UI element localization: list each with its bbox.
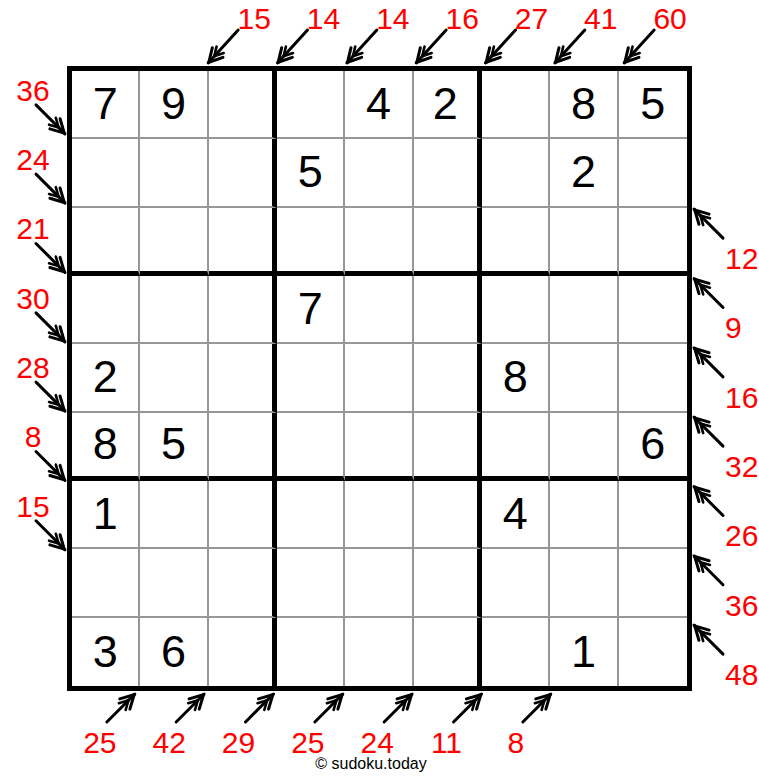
clue-left-7: 15: [16, 490, 49, 524]
clue-arrow-top-3: [347, 30, 377, 63]
cell-r7c7: 4: [482, 481, 550, 549]
cell-r4c1[interactable]: [72, 276, 140, 344]
cell-r5c5[interactable]: [345, 344, 413, 412]
clue-arrow-right-1: [694, 209, 723, 238]
cell-r4c9[interactable]: [619, 276, 687, 344]
cell-r3c4[interactable]: [277, 208, 345, 276]
cell-r1c4[interactable]: [277, 71, 345, 139]
cell-r2c8: 2: [550, 139, 618, 207]
cell-r7c4[interactable]: [277, 481, 345, 549]
clue-bottom-1: 25: [83, 726, 116, 760]
cell-r2c1[interactable]: [72, 139, 140, 207]
clue-arrow-right-7: [694, 625, 723, 654]
cell-r7c9[interactable]: [619, 481, 687, 549]
cell-r9c8: 1: [550, 618, 618, 686]
clue-arrow-right-2: [694, 278, 723, 307]
clue-arrow-right-5: [694, 486, 723, 515]
cell-r1c9: 5: [619, 71, 687, 139]
clue-arrow-bottom-2: [176, 694, 204, 722]
cell-r2c2[interactable]: [140, 139, 208, 207]
cell-r8c1[interactable]: [72, 549, 140, 617]
clue-arrow-left-1: [36, 105, 65, 134]
cell-r7c1: 1: [72, 481, 140, 549]
clue-arrow-left-7: [36, 521, 65, 550]
cell-r4c7[interactable]: [482, 276, 550, 344]
cell-r6c1: 8: [72, 413, 140, 481]
cell-r8c9[interactable]: [619, 549, 687, 617]
clue-arrow-right-3: [694, 348, 723, 377]
cell-r1c1: 7: [72, 71, 140, 139]
cell-r2c7[interactable]: [482, 139, 550, 207]
clue-top-3: 14: [376, 2, 409, 36]
cell-r7c5[interactable]: [345, 481, 413, 549]
cell-r2c9[interactable]: [619, 139, 687, 207]
clue-arrow-bottom-3: [245, 694, 273, 722]
cell-r1c3[interactable]: [209, 71, 277, 139]
clue-bottom-7: 8: [507, 726, 524, 760]
clue-arrow-left-2: [36, 174, 65, 203]
clue-arrow-top-2: [277, 30, 307, 63]
cell-r9c1: 3: [72, 618, 140, 686]
cell-r4c5[interactable]: [345, 276, 413, 344]
cell-r3c3[interactable]: [209, 208, 277, 276]
cell-r7c8[interactable]: [550, 481, 618, 549]
clue-top-4: 16: [445, 2, 478, 36]
cell-r2c3[interactable]: [209, 139, 277, 207]
cell-r6c3[interactable]: [209, 413, 277, 481]
clue-bottom-2: 42: [152, 726, 185, 760]
cell-r3c2[interactable]: [140, 208, 208, 276]
cell-r8c3[interactable]: [209, 549, 277, 617]
clue-arrow-left-6: [36, 451, 65, 480]
cell-r9c3[interactable]: [209, 618, 277, 686]
cell-r6c8[interactable]: [550, 413, 618, 481]
clue-left-1: 36: [16, 74, 49, 108]
cell-r1c8: 8: [550, 71, 618, 139]
cell-r3c9[interactable]: [619, 208, 687, 276]
cell-r6c9: 6: [619, 413, 687, 481]
cell-r2c5[interactable]: [345, 139, 413, 207]
clue-right-5: 26: [725, 519, 758, 553]
clue-top-6: 41: [584, 2, 617, 36]
clue-arrow-left-3: [36, 243, 65, 272]
clue-left-4: 30: [16, 282, 49, 316]
cell-r7c3[interactable]: [209, 481, 277, 549]
cell-r7c6[interactable]: [414, 481, 482, 549]
clue-arrow-bottom-6: [453, 694, 481, 722]
clue-arrow-top-4: [416, 30, 446, 63]
clue-right-4: 32: [725, 450, 758, 484]
clue-top-5: 27: [515, 2, 548, 36]
clue-top-2: 14: [307, 2, 340, 36]
cell-r2c6[interactable]: [414, 139, 482, 207]
cell-r9c5[interactable]: [345, 618, 413, 686]
clue-right-7: 48: [725, 658, 758, 692]
clue-arrow-bottom-7: [523, 694, 551, 722]
clue-arrow-bottom-5: [384, 694, 412, 722]
cell-r2c4: 5: [277, 139, 345, 207]
cell-r4c6[interactable]: [414, 276, 482, 344]
clue-top-1: 15: [237, 2, 270, 36]
clue-arrow-left-4: [36, 313, 65, 342]
cell-r3c5[interactable]: [345, 208, 413, 276]
cell-r1c5: 4: [345, 71, 413, 139]
clue-right-3: 16: [725, 381, 758, 415]
clue-arrow-top-7: [624, 30, 654, 63]
cell-r5c7: 8: [482, 344, 550, 412]
clue-arrow-bottom-1: [107, 694, 135, 722]
cell-r9c4[interactable]: [277, 618, 345, 686]
cell-r4c4: 7: [277, 276, 345, 344]
cell-r1c6: 2: [414, 71, 482, 139]
cell-r9c7[interactable]: [482, 618, 550, 686]
cell-r1c2: 9: [140, 71, 208, 139]
cell-r9c6[interactable]: [414, 618, 482, 686]
clue-left-2: 24: [16, 143, 49, 177]
clue-right-1: 12: [725, 242, 758, 276]
cell-r5c1: 2: [72, 344, 140, 412]
cell-r6c7[interactable]: [482, 413, 550, 481]
cell-r8c5[interactable]: [345, 549, 413, 617]
cell-r8c8[interactable]: [550, 549, 618, 617]
clue-left-5: 28: [16, 351, 49, 385]
cell-r6c4[interactable]: [277, 413, 345, 481]
clue-arrow-bottom-4: [315, 694, 343, 722]
clue-arrow-top-6: [555, 30, 585, 63]
clue-arrow-right-6: [694, 556, 723, 585]
cell-r5c8[interactable]: [550, 344, 618, 412]
cell-r9c2: 6: [140, 618, 208, 686]
cell-r1c7[interactable]: [482, 71, 550, 139]
cell-r3c8[interactable]: [550, 208, 618, 276]
cell-r5c6[interactable]: [414, 344, 482, 412]
clue-right-2: 9: [725, 311, 742, 345]
cell-r4c8[interactable]: [550, 276, 618, 344]
cell-r8c6[interactable]: [414, 549, 482, 617]
cell-r5c3[interactable]: [209, 344, 277, 412]
cell-r8c4[interactable]: [277, 549, 345, 617]
cell-r6c5[interactable]: [345, 413, 413, 481]
clue-top-7: 60: [653, 2, 686, 36]
puzzle-canvas: 7942855272885614361 15141416274160362421…: [0, 0, 759, 779]
clue-arrow-top-5: [485, 30, 515, 63]
cell-r7c2[interactable]: [140, 481, 208, 549]
cell-r6c6[interactable]: [414, 413, 482, 481]
clue-bottom-3: 29: [222, 726, 255, 760]
clue-bottom-6: 11: [431, 726, 462, 760]
cell-r5c2[interactable]: [140, 344, 208, 412]
clue-left-3: 21: [16, 212, 49, 246]
cell-r3c7[interactable]: [482, 208, 550, 276]
cell-r4c2[interactable]: [140, 276, 208, 344]
cell-r3c1[interactable]: [72, 208, 140, 276]
cell-r8c2[interactable]: [140, 549, 208, 617]
cell-r5c9[interactable]: [619, 344, 687, 412]
clue-arrow-left-5: [36, 382, 65, 411]
board: 7942855272885614361: [67, 66, 692, 691]
copyright: © sudoku.today: [315, 755, 426, 773]
cell-r8c7[interactable]: [482, 549, 550, 617]
cell-r5c4[interactable]: [277, 344, 345, 412]
clue-left-6: 8: [25, 420, 42, 454]
clue-arrow-right-4: [694, 417, 723, 446]
clue-arrow-top-1: [208, 30, 238, 63]
cell-r9c9[interactable]: [619, 618, 687, 686]
cell-r4c3[interactable]: [209, 276, 277, 344]
cell-r6c2: 5: [140, 413, 208, 481]
clue-right-6: 36: [725, 589, 758, 623]
cell-r3c6[interactable]: [414, 208, 482, 276]
